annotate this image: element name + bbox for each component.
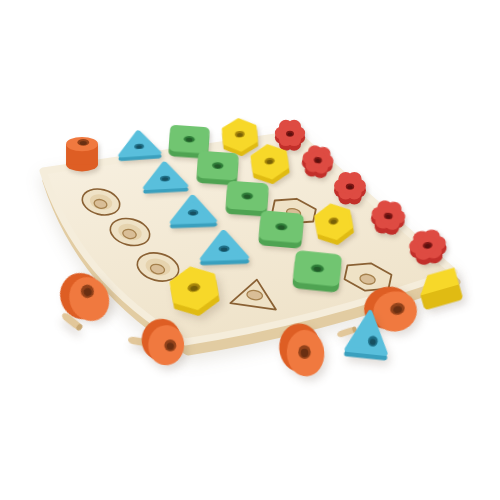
- blue-triangle-piece[interactable]: [168, 190, 217, 230]
- yellow-hexagon-piece[interactable]: [164, 262, 225, 320]
- blue-triangle-piece[interactable]: [141, 157, 189, 195]
- orange-cylinder-piece[interactable]: [61, 134, 103, 176]
- blue-triangle-piece[interactable]: [343, 304, 392, 362]
- blue-triangle-piece[interactable]: [198, 225, 249, 267]
- product-photo: [0, 0, 500, 500]
- blue-triangle-piece[interactable]: [116, 126, 162, 163]
- green-square-piece[interactable]: [288, 247, 347, 298]
- orange-cylinder-piece[interactable]: [139, 316, 188, 369]
- orange-cylinder-piece[interactable]: [277, 320, 329, 381]
- yellow-hexagon-piece[interactable]: [310, 200, 359, 249]
